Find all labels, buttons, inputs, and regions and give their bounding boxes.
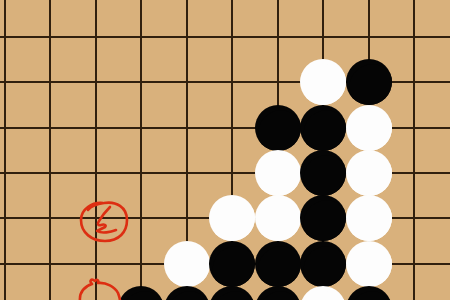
black-stone: ● <box>255 105 301 151</box>
black-stone: ● <box>209 241 255 287</box>
annotation-partial-circle <box>80 280 120 300</box>
grid-line-vertical <box>140 0 142 300</box>
white-stone: ● <box>346 150 392 196</box>
grid-line-horizontal <box>0 36 450 38</box>
black-stone: ● <box>255 241 301 287</box>
white-stone: ● <box>164 241 210 287</box>
black-stone: ● <box>346 286 392 300</box>
black-stone: ● <box>346 59 392 105</box>
grid-line-vertical <box>49 0 51 300</box>
annotation-circle <box>81 203 127 241</box>
black-stone: ● <box>209 286 255 300</box>
white-stone: ● <box>255 195 301 241</box>
go-board[interactable]: ●●●●●●●●●●●●●●●●●●●●●●● <box>0 0 450 300</box>
black-stone: ● <box>118 286 164 300</box>
white-stone: ● <box>255 150 301 196</box>
grid-line-vertical <box>95 0 97 300</box>
annotation-scribble <box>97 207 116 233</box>
black-stone: ● <box>300 241 346 287</box>
white-stone: ● <box>346 195 392 241</box>
grid-line-vertical <box>4 0 6 300</box>
black-stone: ● <box>300 105 346 151</box>
white-stone: ● <box>346 105 392 151</box>
white-stone: ● <box>346 241 392 287</box>
white-stone: ● <box>300 59 346 105</box>
grid-line-vertical <box>413 0 415 300</box>
black-stone: ● <box>164 286 210 300</box>
white-stone: ● <box>300 286 346 300</box>
white-stone: ● <box>209 195 255 241</box>
black-stone: ● <box>300 150 346 196</box>
black-stone: ● <box>255 286 301 300</box>
black-stone: ● <box>300 195 346 241</box>
